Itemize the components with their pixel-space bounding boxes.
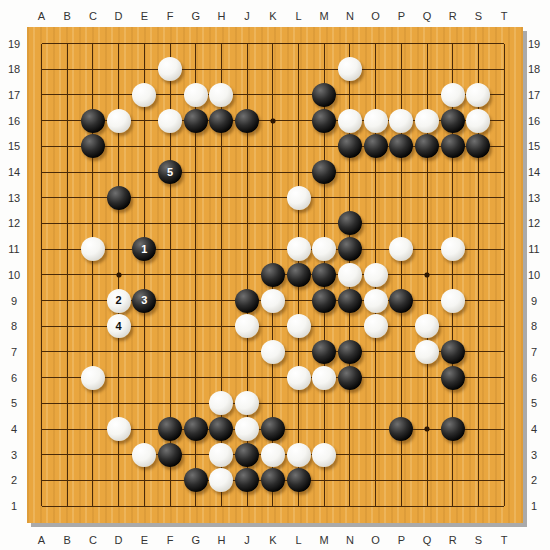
coordinate-label: 2	[531, 474, 537, 486]
coordinate-label: H	[217, 534, 225, 546]
stone-white-M11	[312, 237, 336, 261]
coordinate-label: 6	[11, 372, 17, 384]
coordinate-label: 6	[531, 372, 537, 384]
stone-white-Q7	[415, 340, 439, 364]
coordinate-label: 13	[528, 192, 540, 204]
coordinate-label: 7	[11, 346, 17, 358]
stone-black-G16	[184, 109, 208, 133]
coordinate-label: E	[141, 10, 148, 22]
stone-white-N10	[338, 263, 362, 287]
coordinate-label: P	[398, 534, 405, 546]
coordinate-label: 5	[531, 397, 537, 409]
coordinate-label: T	[501, 534, 508, 546]
coordinate-label: S	[475, 10, 482, 22]
stone-black-J9	[235, 289, 259, 313]
stone-black-N6	[338, 366, 362, 390]
coordinate-label: 16	[8, 115, 20, 127]
stone-white-K3	[261, 443, 285, 467]
coordinate-label: 7	[531, 346, 537, 358]
move-number-label: 4	[116, 321, 122, 332]
stone-white-O10	[364, 263, 388, 287]
coordinate-label: 14	[528, 166, 540, 178]
stone-white-P16	[389, 109, 413, 133]
stone-black-D13	[107, 186, 131, 210]
coordinate-label: 15	[8, 140, 20, 152]
coordinate-label: B	[64, 534, 71, 546]
stone-white-R17	[441, 83, 465, 107]
stone-black-G2	[184, 468, 208, 492]
move-number-label: 1	[141, 244, 147, 255]
stone-black-E11: 1	[132, 237, 156, 261]
coordinate-label: C	[89, 534, 97, 546]
grid-line	[42, 403, 505, 404]
coordinate-label: 13	[8, 192, 20, 204]
stone-white-L13	[287, 186, 311, 210]
star-point	[425, 272, 430, 277]
coordinate-label: C	[89, 10, 97, 22]
stone-black-H16	[209, 109, 233, 133]
coordinate-label: 9	[11, 295, 17, 307]
stone-black-P9	[389, 289, 413, 313]
coordinate-label: 12	[528, 217, 540, 229]
stone-black-J2	[235, 468, 259, 492]
stone-white-E3	[132, 443, 156, 467]
stone-black-L2	[287, 468, 311, 492]
coordinate-label: D	[115, 10, 123, 22]
move-number-label: 3	[141, 295, 147, 306]
stone-black-E9: 3	[132, 289, 156, 313]
stone-white-H3	[209, 443, 233, 467]
go-diagram: ABCDEFGHJKLMNOPQRST ABCDEFGHJKLMNOPQRST …	[0, 0, 550, 550]
stone-white-J8	[235, 314, 259, 338]
stone-white-N18	[338, 57, 362, 81]
stone-white-J4	[235, 417, 259, 441]
coordinate-label: O	[371, 534, 380, 546]
coordinate-label: 17	[8, 89, 20, 101]
coordinate-label: 8	[11, 320, 17, 332]
star-point	[270, 118, 275, 123]
coordinate-label: 15	[528, 140, 540, 152]
coordinate-label: J	[244, 534, 250, 546]
stone-black-S15	[466, 134, 490, 158]
grid-line	[42, 506, 505, 507]
coordinate-label: 10	[528, 269, 540, 281]
stone-white-H2	[209, 468, 233, 492]
stone-black-P4	[389, 417, 413, 441]
stone-black-F14: 5	[158, 160, 182, 184]
stone-white-O16	[364, 109, 388, 133]
stone-white-R9	[441, 289, 465, 313]
stone-black-H4	[209, 417, 233, 441]
coordinate-label: D	[115, 534, 123, 546]
coordinate-label: N	[346, 10, 354, 22]
coordinate-label: E	[141, 534, 148, 546]
stone-white-L6	[287, 366, 311, 390]
coordinate-label: O	[371, 10, 380, 22]
coordinate-label: A	[38, 10, 45, 22]
coordinate-label: Q	[423, 534, 432, 546]
coordinate-label: G	[191, 10, 200, 22]
stone-black-N12	[338, 211, 362, 235]
stone-black-R4	[441, 417, 465, 441]
stone-black-Q15	[415, 134, 439, 158]
grid-line	[504, 44, 505, 507]
coordinate-label: 8	[531, 320, 537, 332]
stone-black-F3	[158, 443, 182, 467]
coordinate-label: 11	[528, 243, 539, 255]
star-point	[116, 272, 121, 277]
stone-white-M6	[312, 366, 336, 390]
stone-black-R15	[441, 134, 465, 158]
coordinate-label: 1	[531, 500, 537, 512]
stone-black-N9	[338, 289, 362, 313]
coordinate-label: R	[449, 10, 457, 22]
coordinate-label: 2	[11, 474, 17, 486]
stone-white-H5	[209, 391, 233, 415]
stone-black-O15	[364, 134, 388, 158]
coordinate-label: 3	[11, 449, 17, 461]
stone-black-R6	[441, 366, 465, 390]
coordinate-label: M	[320, 534, 329, 546]
coordinate-label: M	[320, 10, 329, 22]
coordinate-label: J	[244, 10, 250, 22]
coordinate-label: G	[191, 534, 200, 546]
coordinate-label: 3	[531, 449, 537, 461]
stone-white-K9	[261, 289, 285, 313]
stone-white-O9	[364, 289, 388, 313]
coordinate-label: 18	[528, 63, 540, 75]
stone-black-R16	[441, 109, 465, 133]
stone-black-M7	[312, 340, 336, 364]
stone-black-F4	[158, 417, 182, 441]
coordinate-label: 10	[8, 269, 20, 281]
stone-black-M9	[312, 289, 336, 313]
stone-white-D9: 2	[107, 289, 131, 313]
coordinate-label: A	[38, 534, 45, 546]
stone-black-N11	[338, 237, 362, 261]
coordinate-label: 18	[8, 63, 20, 75]
coordinate-label: 4	[531, 423, 537, 435]
coordinate-label: 19	[8, 38, 20, 50]
stone-black-G4	[184, 417, 208, 441]
stone-white-Q8	[415, 314, 439, 338]
coordinate-label: 19	[528, 38, 540, 50]
stone-white-G17	[184, 83, 208, 107]
stone-white-L8	[287, 314, 311, 338]
stone-white-D16	[107, 109, 131, 133]
stone-black-K2	[261, 468, 285, 492]
stone-white-D8: 4	[107, 314, 131, 338]
stone-white-O8	[364, 314, 388, 338]
stone-black-N7	[338, 340, 362, 364]
coordinate-label: L	[295, 534, 301, 546]
coordinate-label: 12	[8, 217, 20, 229]
stone-black-K4	[261, 417, 285, 441]
stone-white-D4	[107, 417, 131, 441]
coordinate-label: S	[475, 534, 482, 546]
stone-white-R11	[441, 237, 465, 261]
stone-white-F16	[158, 109, 182, 133]
stone-black-C15	[81, 134, 105, 158]
stone-white-C11	[81, 237, 105, 261]
stone-black-M17	[312, 83, 336, 107]
coordinate-label: Q	[423, 10, 432, 22]
stone-white-M3	[312, 443, 336, 467]
stone-white-S16	[466, 109, 490, 133]
coordinate-label: F	[167, 10, 174, 22]
stone-white-L11	[287, 237, 311, 261]
move-number-label: 5	[167, 167, 173, 178]
coordinate-label: H	[217, 10, 225, 22]
coordinate-label: R	[449, 534, 457, 546]
coordinate-label: L	[295, 10, 301, 22]
coordinate-label: 4	[11, 423, 17, 435]
stone-white-K7	[261, 340, 285, 364]
stone-black-J16	[235, 109, 259, 133]
stone-black-M14	[312, 160, 336, 184]
stone-black-J3	[235, 443, 259, 467]
stone-white-S17	[466, 83, 490, 107]
coordinate-label: 16	[528, 115, 540, 127]
stone-black-C16	[81, 109, 105, 133]
coordinate-label: T	[501, 10, 508, 22]
coordinate-label: 17	[528, 89, 540, 101]
coordinate-label: 1	[11, 500, 17, 512]
stone-black-M16	[312, 109, 336, 133]
stone-black-K10	[261, 263, 285, 287]
coordinate-label: B	[64, 10, 71, 22]
coordinate-label: 11	[8, 243, 19, 255]
star-point	[425, 427, 430, 432]
stone-black-M10	[312, 263, 336, 287]
coordinate-label: 9	[531, 295, 537, 307]
coordinate-label: 5	[11, 397, 17, 409]
coordinate-label: N	[346, 534, 354, 546]
coordinate-label: K	[269, 10, 276, 22]
stone-white-F18	[158, 57, 182, 81]
stone-white-N16	[338, 109, 362, 133]
move-number-label: 2	[116, 295, 122, 306]
coordinate-label: K	[269, 534, 276, 546]
stone-white-L3	[287, 443, 311, 467]
stone-white-J5	[235, 391, 259, 415]
stone-white-C6	[81, 366, 105, 390]
coordinate-label: 14	[8, 166, 20, 178]
coordinate-label: P	[398, 10, 405, 22]
stone-white-Q16	[415, 109, 439, 133]
stone-white-H17	[209, 83, 233, 107]
stone-black-L10	[287, 263, 311, 287]
stone-white-E17	[132, 83, 156, 107]
stone-white-P11	[389, 237, 413, 261]
stone-black-R7	[441, 340, 465, 364]
coordinate-label: F	[167, 534, 174, 546]
stone-black-N15	[338, 134, 362, 158]
go-board: 51234	[27, 27, 523, 523]
stone-black-P15	[389, 134, 413, 158]
grid-line	[42, 377, 505, 378]
